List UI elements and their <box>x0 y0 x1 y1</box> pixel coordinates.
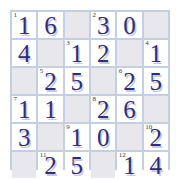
cell-r5c3[interactable]: 91 <box>65 124 89 150</box>
cell-digit: 1 <box>44 97 57 122</box>
cell-r6c5[interactable]: 121 <box>117 152 141 178</box>
cell-r4c1[interactable]: 71 <box>12 96 36 122</box>
cell-digit: 2 <box>123 69 136 94</box>
cell-r3c2[interactable]: 52 <box>38 68 62 94</box>
cell-r1c3 <box>65 12 89 38</box>
cell-r1c4[interactable]: 23 <box>91 12 115 38</box>
clue-number: 10 <box>145 124 152 131</box>
cell-digit: 1 <box>18 13 31 38</box>
cell-r6c1 <box>12 152 36 178</box>
clue-number: 8 <box>93 96 97 103</box>
cell-r6c6[interactable]: 4 <box>144 152 168 178</box>
cell-r4c3 <box>65 96 89 122</box>
cell-digit: 6 <box>123 97 136 122</box>
cell-r5c2 <box>38 124 62 150</box>
clue-number: 4 <box>145 40 149 47</box>
cell-r2c3[interactable]: 31 <box>65 40 89 66</box>
cell-digit: 1 <box>71 41 84 66</box>
cell-digit: 0 <box>123 13 136 38</box>
clue-number: 3 <box>66 40 70 47</box>
cell-digit: 3 <box>18 125 31 150</box>
clue-number: 5 <box>40 68 44 75</box>
cell-r5c6[interactable]: 102 <box>144 124 168 150</box>
cell-r1c5[interactable]: 0 <box>117 12 141 38</box>
cell-digit: 0 <box>97 125 110 150</box>
cell-digit: 6 <box>44 13 57 38</box>
cell-r5c1[interactable]: 3 <box>12 124 36 150</box>
cell-digit: 1 <box>150 41 163 66</box>
cell-r4c6 <box>144 96 168 122</box>
cell-r5c4[interactable]: 0 <box>91 124 115 150</box>
cell-r2c4[interactable]: 2 <box>91 40 115 66</box>
page-background: { "game": "cross-figure (number crosswor… <box>0 0 180 180</box>
cell-r3c4 <box>91 68 115 94</box>
cell-r6c3[interactable]: 5 <box>65 152 89 178</box>
cell-digit: 3 <box>97 13 110 38</box>
cell-digit: 4 <box>150 153 163 178</box>
cell-r3c6[interactable]: 5 <box>144 68 168 94</box>
cell-digit: 5 <box>71 69 84 94</box>
cell-r2c1[interactable]: 4 <box>12 40 36 66</box>
cell-r2c5 <box>117 40 141 66</box>
cell-digit: 5 <box>150 69 163 94</box>
cell-r3c3[interactable]: 5 <box>65 68 89 94</box>
cell-r2c2 <box>38 40 62 66</box>
cell-r3c5[interactable]: 62 <box>117 68 141 94</box>
clue-number: 7 <box>14 96 18 103</box>
cell-digit: 5 <box>71 153 84 178</box>
cell-r1c1[interactable]: 11 <box>12 12 36 38</box>
cell-r4c5[interactable]: 6 <box>117 96 141 122</box>
cell-digit: 2 <box>97 97 110 122</box>
cell-digit: 4 <box>18 41 31 66</box>
cell-r3c1 <box>12 68 36 94</box>
clue-number: 9 <box>66 124 70 131</box>
cell-r2c6[interactable]: 41 <box>144 40 168 66</box>
puzzle-board: 116230431241525625711826391010211251214 <box>10 10 170 170</box>
clue-number: 1 <box>14 12 18 19</box>
cell-r4c4[interactable]: 82 <box>91 96 115 122</box>
clue-number: 2 <box>93 12 97 19</box>
cell-r4c2[interactable]: 1 <box>38 96 62 122</box>
cell-r6c2[interactable]: 112 <box>38 152 62 178</box>
cell-r6c4 <box>91 152 115 178</box>
cell-digit: 1 <box>71 125 84 150</box>
cell-r1c2[interactable]: 6 <box>38 12 62 38</box>
clue-number: 6 <box>119 68 123 75</box>
cell-digit: 2 <box>44 69 57 94</box>
cell-r5c5 <box>117 124 141 150</box>
cell-r1c6 <box>144 12 168 38</box>
cell-digit: 2 <box>97 41 110 66</box>
clue-number: 12 <box>119 152 126 159</box>
clue-number: 11 <box>40 152 47 159</box>
cell-digit: 1 <box>18 97 31 122</box>
